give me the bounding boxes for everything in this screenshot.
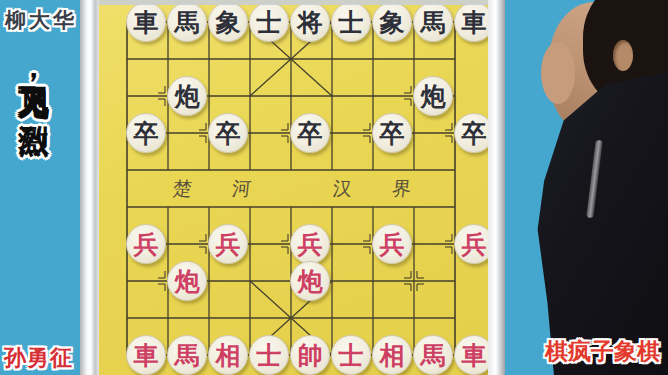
piece-black-r: 車: [126, 2, 166, 42]
episode-title: 飞刀又见飞刀，激烈: [13, 62, 55, 342]
piece-black-p: 卒: [372, 113, 412, 153]
piece-black-n: 馬: [413, 2, 453, 42]
piece-red-n: 馬: [167, 335, 207, 375]
whiteboard-frame-left: [80, 0, 99, 375]
presenter-profile: [541, 42, 575, 104]
piece-black-a: 士: [249, 2, 289, 42]
video-frame: 柳大华 飞刀又见飞刀，激烈 孙勇征 楚 河 汉 界 車馬象士将士象馬車炮炮卒卒卒…: [0, 0, 668, 375]
piece-red-b: 相: [372, 335, 412, 375]
piece-red-p: 兵: [126, 224, 166, 264]
whiteboard-top-edge: [99, 0, 488, 5]
xiangqi-board: 楚 河 汉 界 車馬象士将士象馬車炮炮卒卒卒卒卒兵兵兵兵兵炮炮車馬相士帥士相馬車: [99, 0, 488, 375]
piece-red-b: 相: [208, 335, 248, 375]
piece-black-k: 将: [290, 2, 330, 42]
piece-red-a: 士: [331, 335, 371, 375]
piece-black-c: 炮: [413, 76, 453, 116]
demo-whiteboard: 楚 河 汉 界 車馬象士将士象馬車炮炮卒卒卒卒卒兵兵兵兵兵炮炮車馬相士帥士相馬車: [80, 0, 505, 375]
presenter-jacket: [505, 72, 668, 375]
piece-black-c: 炮: [167, 76, 207, 116]
piece-black-p: 卒: [290, 113, 330, 153]
presenter-ear: [613, 40, 633, 71]
piece-red-r: 車: [126, 335, 166, 375]
piece-black-a: 士: [331, 2, 371, 42]
piece-red-c: 炮: [167, 261, 207, 301]
piece-black-b: 象: [208, 2, 248, 42]
presenter: [505, 0, 668, 375]
piece-black-p: 卒: [208, 113, 248, 153]
player-name-top: 柳大华: [5, 6, 77, 34]
piece-red-a: 士: [249, 335, 289, 375]
piece-black-p: 卒: [126, 113, 166, 153]
player-name-bottom: 孙勇征: [4, 343, 73, 373]
piece-grid: 車馬象士将士象馬車炮炮卒卒卒卒卒兵兵兵兵兵炮炮車馬相士帥士相馬車: [126, 4, 495, 374]
piece-red-p: 兵: [290, 224, 330, 264]
channel-watermark: 棋疯子象棋: [545, 336, 660, 367]
piece-red-n: 馬: [413, 335, 453, 375]
piece-red-k: 帥: [290, 335, 330, 375]
piece-black-b: 象: [372, 2, 412, 42]
piece-black-n: 馬: [167, 2, 207, 42]
piece-red-p: 兵: [372, 224, 412, 264]
whiteboard-frame-right: [488, 0, 505, 375]
piece-red-c: 炮: [290, 261, 330, 301]
piece-red-p: 兵: [208, 224, 248, 264]
